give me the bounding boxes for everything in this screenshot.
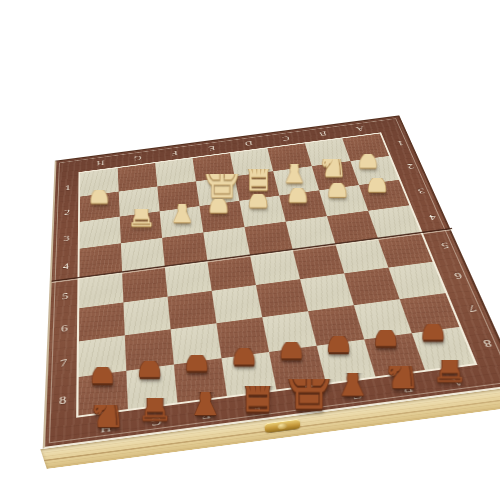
rank-label-right-5: 5 [426,230,465,263]
square-c5[interactable] [293,244,345,279]
square-f6[interactable] [168,291,217,329]
square-a5[interactable] [378,233,433,268]
rank-label-left-6: 6 [50,310,78,347]
rank-label-left-2: 2 [55,198,79,226]
rank-label-left-7: 7 [49,343,78,383]
rank-label-right-7: 7 [451,290,494,328]
rank-label-right-3: 3 [404,177,440,206]
rank-label-left-1: 1 [56,174,80,201]
square-d5[interactable] [250,249,300,285]
square-e6[interactable] [212,285,262,323]
square-a6[interactable] [388,262,445,299]
square-g6[interactable] [123,297,170,336]
square-e5[interactable] [207,255,256,291]
rank-label-right-6: 6 [438,259,479,294]
square-b6[interactable] [344,268,399,306]
square-h5[interactable] [79,272,123,308]
rank-label-right-1: 1 [385,131,418,156]
rank-label-left-3: 3 [54,223,79,253]
product-photo-scene: 1122334455667788HHGGFFEEDDCCBBAA ♜♞♝♚♛♝♜… [0,0,500,500]
square-b5[interactable] [335,238,388,273]
rank-label-right-2: 2 [394,153,428,180]
perspective-wrapper: 1122334455667788HHGGFFEEDDCCBBAA ♜♞♝♚♛♝♜… [0,0,500,500]
square-f5[interactable] [165,261,212,297]
brass-clasp-icon[interactable] [264,419,300,433]
square-g5[interactable] [122,266,167,302]
square-d6[interactable] [256,279,308,317]
rank-label-left-8: 8 [47,379,77,422]
square-h6[interactable] [79,302,125,341]
chess-board: 1122334455667788HHGGFFEEDDCCBBAA ♜♞♝♚♛♝♜… [43,115,500,449]
rank-label-left-5: 5 [51,279,78,313]
rank-label-right-8: 8 [466,324,500,364]
square-c6[interactable] [300,273,354,311]
